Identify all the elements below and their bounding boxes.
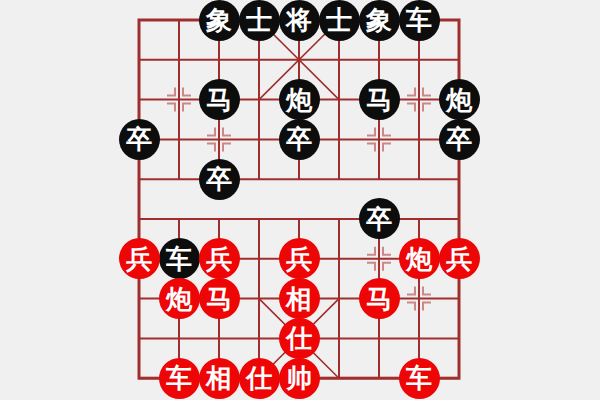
piece-red-仕[interactable]: 仕 (239, 358, 280, 399)
piece-red-马[interactable]: 马 (359, 278, 400, 319)
piece-black-炮[interactable]: 炮 (439, 79, 480, 120)
piece-red-兵[interactable]: 兵 (119, 238, 160, 279)
piece-black-士[interactable]: 士 (319, 0, 360, 41)
piece-black-象[interactable]: 象 (199, 0, 240, 41)
piece-red-马[interactable]: 马 (199, 278, 240, 319)
piece-red-相[interactable]: 相 (279, 278, 320, 319)
piece-black-卒[interactable]: 卒 (359, 198, 400, 239)
piece-red-仕[interactable]: 仕 (279, 318, 320, 359)
piece-red-兵[interactable]: 兵 (439, 238, 480, 279)
piece-black-车[interactable]: 车 (159, 238, 200, 279)
piece-red-车[interactable]: 车 (159, 358, 200, 399)
piece-black-象[interactable]: 象 (359, 0, 400, 41)
piece-black-士[interactable]: 士 (239, 0, 280, 41)
piece-black-炮[interactable]: 炮 (279, 79, 320, 120)
piece-red-炮[interactable]: 炮 (159, 278, 200, 319)
piece-black-将[interactable]: 将 (279, 0, 320, 41)
piece-red-车[interactable]: 车 (399, 358, 440, 399)
piece-black-马[interactable]: 马 (199, 79, 240, 120)
piece-black-马[interactable]: 马 (359, 79, 400, 120)
piece-black-卒[interactable]: 卒 (279, 119, 320, 160)
pieces-layer: 象士将士象车马炮马炮卒卒卒卒卒车兵兵兵炮兵炮马相马仕车相仕帅车 (119, 0, 479, 398)
piece-red-相[interactable]: 相 (199, 358, 240, 399)
piece-red-炮[interactable]: 炮 (399, 238, 440, 279)
xiangqi-board: 象士将士象车马炮马炮卒卒卒卒卒车兵兵兵炮兵炮马相马仕车相仕帅车 (0, 0, 600, 400)
piece-red-兵[interactable]: 兵 (199, 238, 240, 279)
piece-red-帅[interactable]: 帅 (279, 358, 320, 399)
piece-black-卒[interactable]: 卒 (119, 119, 160, 160)
piece-black-卒[interactable]: 卒 (199, 159, 240, 200)
piece-red-兵[interactable]: 兵 (279, 238, 320, 279)
piece-black-卒[interactable]: 卒 (439, 119, 480, 160)
piece-black-车[interactable]: 车 (399, 0, 440, 41)
